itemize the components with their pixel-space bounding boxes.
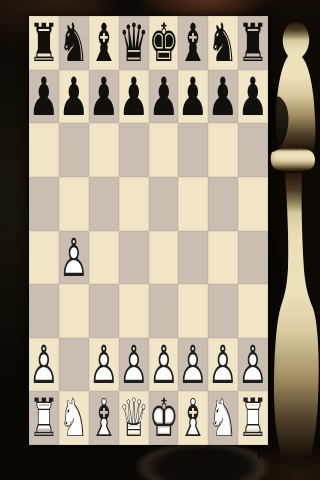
square-g6[interactable] — [208, 123, 238, 177]
square-f7[interactable]: ♟ — [178, 70, 208, 124]
square-h7[interactable]: ♟ — [238, 70, 268, 124]
piece-black-pawn[interactable]: ♟ — [29, 70, 59, 124]
square-f4[interactable] — [178, 231, 208, 285]
square-b3[interactable] — [59, 284, 89, 338]
chess-app-screen: ♜♞♝♛♚♝♞♜♟♟♟♟♟♟♟♟♟♙♟♙♟♙♟♙♟♙♟♙♟♙♟♙♜♖♞♘♝♗♛♕… — [0, 0, 320, 480]
piece-white-king[interactable]: ♚♔ — [149, 391, 179, 445]
square-e4[interactable] — [149, 231, 179, 285]
square-a4[interactable] — [29, 231, 59, 285]
square-d1[interactable]: ♛♕ — [119, 391, 149, 445]
square-c4[interactable] — [89, 231, 119, 285]
square-a6[interactable] — [29, 123, 59, 177]
square-d5[interactable] — [119, 177, 149, 231]
piece-black-pawn[interactable]: ♟ — [89, 70, 119, 124]
square-c1[interactable]: ♝♗ — [89, 391, 119, 445]
square-c6[interactable] — [89, 123, 119, 177]
square-b6[interactable] — [59, 123, 89, 177]
piece-black-pawn[interactable]: ♟ — [238, 70, 268, 124]
square-h6[interactable] — [238, 123, 268, 177]
square-f6[interactable] — [178, 123, 208, 177]
piece-white-bishop[interactable]: ♝♗ — [89, 391, 119, 445]
square-a5[interactable] — [29, 177, 59, 231]
square-h5[interactable] — [238, 177, 268, 231]
square-b4[interactable]: ♟♙ — [59, 231, 89, 285]
piece-white-knight[interactable]: ♞♘ — [59, 391, 89, 445]
square-a1[interactable]: ♜♖ — [29, 391, 59, 445]
square-e5[interactable] — [149, 177, 179, 231]
square-d7[interactable]: ♟ — [119, 70, 149, 124]
piece-black-pawn[interactable]: ♟ — [178, 70, 208, 124]
piece-white-rook[interactable]: ♜♖ — [238, 391, 268, 445]
square-f5[interactable] — [178, 177, 208, 231]
piece-white-pawn[interactable]: ♟♙ — [59, 231, 89, 285]
piece-black-pawn[interactable]: ♟ — [149, 70, 179, 124]
square-e1[interactable]: ♚♔ — [149, 391, 179, 445]
square-c7[interactable]: ♟ — [89, 70, 119, 124]
square-b7[interactable]: ♟ — [59, 70, 89, 124]
square-g4[interactable] — [208, 231, 238, 285]
square-g5[interactable] — [208, 177, 238, 231]
chess-board: ♜♞♝♛♚♝♞♜♟♟♟♟♟♟♟♟♟♙♟♙♟♙♟♙♟♙♟♙♟♙♟♙♜♖♞♘♝♗♛♕… — [29, 16, 268, 445]
square-e6[interactable] — [149, 123, 179, 177]
square-d6[interactable] — [119, 123, 149, 177]
square-d4[interactable] — [119, 231, 149, 285]
piece-white-queen[interactable]: ♛♕ — [119, 391, 149, 445]
square-g7[interactable]: ♟ — [208, 70, 238, 124]
piece-white-knight[interactable]: ♞♘ — [208, 391, 238, 445]
piece-black-pawn[interactable]: ♟ — [59, 70, 89, 124]
square-a7[interactable]: ♟ — [29, 70, 59, 124]
piece-black-pawn[interactable]: ♟ — [208, 70, 238, 124]
square-h1[interactable]: ♜♖ — [238, 391, 268, 445]
square-c5[interactable] — [89, 177, 119, 231]
square-f1[interactable]: ♝♗ — [178, 391, 208, 445]
square-b1[interactable]: ♞♘ — [59, 391, 89, 445]
square-e7[interactable]: ♟ — [149, 70, 179, 124]
square-h4[interactable] — [238, 231, 268, 285]
piece-black-pawn[interactable]: ♟ — [119, 70, 149, 124]
piece-white-bishop[interactable]: ♝♗ — [178, 391, 208, 445]
piece-white-rook[interactable]: ♜♖ — [29, 391, 59, 445]
square-g1[interactable]: ♞♘ — [208, 391, 238, 445]
